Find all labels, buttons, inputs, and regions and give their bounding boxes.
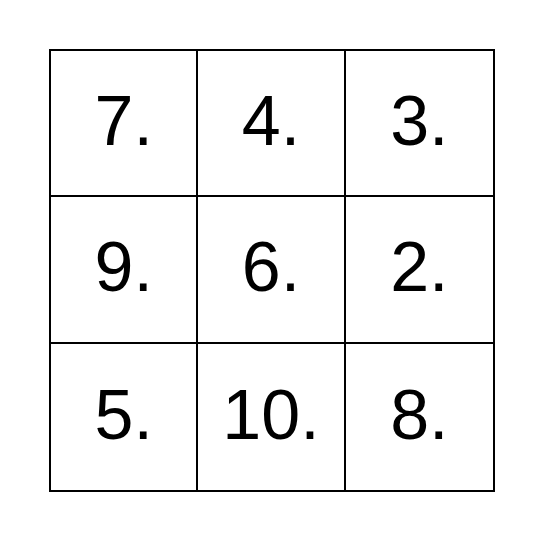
bingo-board: 7. 4. 3. 9. 6. 2. 5. 10. 8. — [49, 49, 495, 492]
grid-cell-r3c1[interactable]: 5. — [51, 344, 198, 490]
grid-cell-r2c1[interactable]: 9. — [51, 197, 198, 343]
page-background: 7. 4. 3. 9. 6. 2. 5. 10. 8. — [0, 0, 544, 544]
cell-number: 3. — [390, 86, 448, 156]
grid-cell-r2c2[interactable]: 6. — [198, 197, 345, 343]
cell-number: 8. — [390, 380, 448, 450]
cell-number: 6. — [242, 232, 300, 302]
cell-number: 7. — [94, 86, 152, 156]
grid-cell-r1c2[interactable]: 4. — [198, 51, 345, 197]
grid-cell-r1c3[interactable]: 3. — [346, 51, 493, 197]
grid-cell-r1c1[interactable]: 7. — [51, 51, 198, 197]
cell-number: 9. — [94, 232, 152, 302]
grid-cell-r3c3[interactable]: 8. — [346, 344, 493, 490]
cell-number: 4. — [242, 86, 300, 156]
cell-number: 10. — [222, 380, 319, 450]
grid-cell-r2c3[interactable]: 2. — [346, 197, 493, 343]
cell-number: 5. — [94, 380, 152, 450]
cell-number: 2. — [390, 232, 448, 302]
grid-cell-r3c2[interactable]: 10. — [198, 344, 345, 490]
